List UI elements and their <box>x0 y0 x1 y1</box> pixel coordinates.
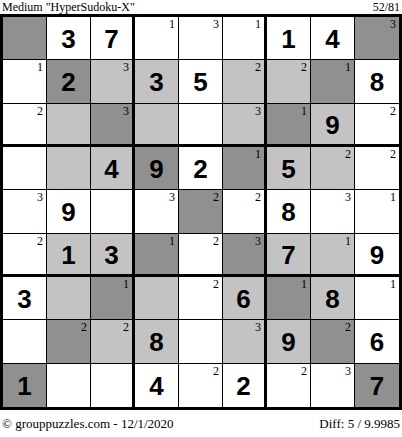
cell-r4c2[interactable] <box>47 147 91 190</box>
pencil-mark: 2 <box>390 148 396 161</box>
puzzle-title: Medium "HyperSudoku-X" <box>2 1 135 14</box>
cell-r1c9[interactable]: 3 <box>355 17 399 60</box>
pencil-mark: 3 <box>213 18 219 31</box>
cell-r2c5[interactable]: 5 <box>179 60 223 103</box>
cell-value: 4 <box>135 366 178 407</box>
pencil-mark: 1 <box>169 235 175 248</box>
cell-r9c8[interactable]: 3 <box>311 364 355 407</box>
cell-r4c3[interactable]: 4 <box>91 147 135 190</box>
cell-r9c6[interactable]: 2 <box>223 364 267 407</box>
cell-r1c7[interactable]: 1 <box>267 17 311 60</box>
pencil-mark: 3 <box>345 365 351 378</box>
cell-r8c5[interactable] <box>179 320 223 363</box>
cell-value: 8 <box>135 322 178 362</box>
cell-value: 1 <box>267 19 310 59</box>
cell-r7c5[interactable]: 2 <box>179 277 223 320</box>
pencil-mark: 2 <box>390 105 396 118</box>
pencil-mark: 1 <box>390 278 396 291</box>
cell-r9c9[interactable]: 7 <box>355 364 399 407</box>
cell-r5c2[interactable]: 9 <box>47 190 91 233</box>
pencil-mark: 3 <box>255 105 261 118</box>
cell-r9c2[interactable] <box>47 364 91 407</box>
pencil-mark: 2 <box>213 191 219 204</box>
cell-r6c5[interactable]: 2 <box>179 234 223 277</box>
cell-value: 8 <box>355 62 399 102</box>
cell-r7c8[interactable]: 8 <box>311 277 355 320</box>
pencil-mark: 3 <box>169 191 175 204</box>
cell-r7c7[interactable]: 1 <box>267 277 311 320</box>
header: Medium "HyperSudoku-X" 52/81 <box>0 0 402 14</box>
cell-r8c1[interactable] <box>3 320 47 363</box>
cell-r3c1[interactable]: 2 <box>3 104 47 147</box>
cell-r2c9[interactable]: 8 <box>355 60 399 103</box>
cell-r2c6[interactable]: 2 <box>223 60 267 103</box>
pencil-mark: 2 <box>213 365 219 378</box>
cell-value: 2 <box>223 366 264 407</box>
cell-r8c9[interactable]: 6 <box>355 320 399 363</box>
pencil-mark: 2 <box>301 61 307 74</box>
cell-r3c6[interactable]: 3 <box>223 104 267 147</box>
cell-r3c3[interactable]: 3 <box>91 104 135 147</box>
pencil-mark: 3 <box>37 191 43 204</box>
cell-r1c8[interactable]: 4 <box>311 17 355 60</box>
pencil-mark: 2 <box>37 105 43 118</box>
cell-r3c5[interactable] <box>179 104 223 147</box>
cell-r4c6[interactable]: 1 <box>223 147 267 190</box>
pencil-mark: 3 <box>123 105 129 118</box>
cell-value: 3 <box>91 236 132 274</box>
difficulty-text: Diff: 5 / 9.9985 <box>319 416 400 432</box>
cell-r9c3[interactable] <box>91 364 135 407</box>
cell-r1c4[interactable]: 1 <box>135 17 179 60</box>
cell-value: 3 <box>135 62 178 102</box>
cell-r5c4[interactable]: 3 <box>135 190 179 233</box>
cell-value: 7 <box>91 19 132 59</box>
cell-r2c8[interactable]: 1 <box>311 60 355 103</box>
cell-r2c3[interactable]: 3 <box>91 60 135 103</box>
copyright-text: © grouppuzzles.com - 12/1/2020 <box>2 416 174 432</box>
pencil-mark: 3 <box>255 235 261 248</box>
cell-r9c4[interactable]: 4 <box>135 364 179 407</box>
cell-r5c3[interactable] <box>91 190 135 233</box>
cell-r4c4[interactable]: 9 <box>135 147 179 190</box>
cell-value: 2 <box>47 62 90 102</box>
cell-r3c8[interactable]: 9 <box>311 104 355 147</box>
cell-r3c2[interactable] <box>47 104 91 147</box>
cell-value: 9 <box>355 236 399 274</box>
cell-r5c9[interactable]: 1 <box>355 190 399 233</box>
cell-r6c6[interactable]: 3 <box>223 234 267 277</box>
cell-r9c1[interactable]: 1 <box>3 364 47 407</box>
pencil-mark: 3 <box>123 61 129 74</box>
cell-value: 7 <box>355 366 399 407</box>
cell-r5c5[interactable]: 2 <box>179 190 223 233</box>
cell-r2c4[interactable]: 3 <box>135 60 179 103</box>
cell-r2c1[interactable]: 1 <box>3 60 47 103</box>
cell-value: 8 <box>267 192 310 232</box>
pencil-mark: 2 <box>81 321 87 334</box>
cell-r7c6[interactable]: 6 <box>223 277 267 320</box>
cell-r8c6[interactable]: 3 <box>223 320 267 363</box>
cell-r8c3[interactable]: 2 <box>91 320 135 363</box>
cell-r5c8[interactable]: 3 <box>311 190 355 233</box>
cell-r8c7[interactable]: 9 <box>267 320 311 363</box>
pencil-mark: 1 <box>301 105 307 118</box>
pencil-mark: 1 <box>123 278 129 291</box>
cell-r6c3[interactable]: 3 <box>91 234 135 277</box>
cell-r9c5[interactable]: 2 <box>179 364 223 407</box>
cell-r4c9[interactable]: 2 <box>355 147 399 190</box>
cell-value: 2 <box>179 149 222 189</box>
cell-value: 6 <box>355 322 399 362</box>
cell-value: 9 <box>311 106 354 144</box>
pencil-mark: 2 <box>255 191 261 204</box>
cell-r1c2[interactable]: 3 <box>47 17 91 60</box>
pencil-mark: 1 <box>301 278 307 291</box>
cell-value: 9 <box>267 322 310 362</box>
footer: © grouppuzzles.com - 12/1/2020 Diff: 5 /… <box>0 416 402 432</box>
cell-r8c4[interactable]: 8 <box>135 320 179 363</box>
cell-r5c6[interactable]: 2 <box>223 190 267 233</box>
cell-r4c7[interactable]: 5 <box>267 147 311 190</box>
cell-r6c2[interactable]: 1 <box>47 234 91 277</box>
pencil-mark: 1 <box>345 235 351 248</box>
cell-r3c7[interactable]: 1 <box>267 104 311 147</box>
cell-r7c9[interactable]: 1 <box>355 277 399 320</box>
cell-r5c1[interactable]: 3 <box>3 190 47 233</box>
cell-r8c2[interactable]: 2 <box>47 320 91 363</box>
cell-r1c1[interactable] <box>3 17 47 60</box>
cell-value: 3 <box>3 279 46 319</box>
pencil-mark: 2 <box>37 235 43 248</box>
cell-r4c8[interactable]: 2 <box>311 147 355 190</box>
cell-value: 4 <box>91 149 132 189</box>
cell-r1c3[interactable]: 7 <box>91 17 135 60</box>
pencil-mark: 3 <box>345 191 351 204</box>
cell-r6c1[interactable]: 2 <box>3 234 47 277</box>
cell-value: 1 <box>47 236 90 274</box>
pencil-mark: 1 <box>169 18 175 31</box>
cell-r6c7[interactable]: 7 <box>267 234 311 277</box>
pencil-mark: 2 <box>123 321 129 334</box>
pencil-mark: 1 <box>255 18 261 31</box>
pencil-mark: 2 <box>213 278 219 291</box>
pencil-mark: 3 <box>390 18 396 31</box>
cell-r6c9[interactable]: 9 <box>355 234 399 277</box>
pencil-mark: 3 <box>255 321 261 334</box>
pencil-mark: 2 <box>345 148 351 161</box>
cell-r3c9[interactable]: 2 <box>355 104 399 147</box>
cell-r3c4[interactable] <box>135 104 179 147</box>
cell-value: 1 <box>3 366 46 407</box>
cell-r5c7[interactable]: 8 <box>267 190 311 233</box>
cell-value: 6 <box>223 279 264 319</box>
cell-value: 5 <box>267 149 310 189</box>
cell-value: 8 <box>311 279 354 319</box>
cell-value: 4 <box>311 19 354 59</box>
cell-r9c7[interactable]: 2 <box>267 364 311 407</box>
cell-r2c7[interactable]: 2 <box>267 60 311 103</box>
sudoku-board: 3713114312335221823319249215223932283121… <box>0 14 402 410</box>
cell-r4c5[interactable]: 2 <box>179 147 223 190</box>
cell-r2c2[interactable]: 2 <box>47 60 91 103</box>
pencil-mark: 2 <box>301 365 307 378</box>
pencil-mark: 1 <box>345 61 351 74</box>
cell-r7c2[interactable] <box>47 277 91 320</box>
cell-r7c3[interactable]: 1 <box>91 277 135 320</box>
pencil-mark: 1 <box>255 148 261 161</box>
pencil-mark: 2 <box>213 235 219 248</box>
cell-value: 7 <box>267 236 310 274</box>
pencil-mark: 2 <box>345 321 351 334</box>
cell-value: 3 <box>47 19 90 59</box>
cell-r7c4[interactable] <box>135 277 179 320</box>
cell-r4c1[interactable] <box>3 147 47 190</box>
cell-r6c8[interactable]: 1 <box>311 234 355 277</box>
cell-value: 9 <box>47 192 90 232</box>
cell-r1c5[interactable]: 3 <box>179 17 223 60</box>
pencil-mark: 1 <box>390 191 396 204</box>
cell-value: 9 <box>135 149 178 189</box>
progress-counter: 52/81 <box>373 1 400 14</box>
pencil-mark: 2 <box>255 61 261 74</box>
cell-r6c4[interactable]: 1 <box>135 234 179 277</box>
cell-r1c6[interactable]: 1 <box>223 17 267 60</box>
cell-r8c8[interactable]: 2 <box>311 320 355 363</box>
pencil-mark: 1 <box>37 61 43 74</box>
cell-value: 5 <box>179 62 222 102</box>
cell-r7c1[interactable]: 3 <box>3 277 47 320</box>
